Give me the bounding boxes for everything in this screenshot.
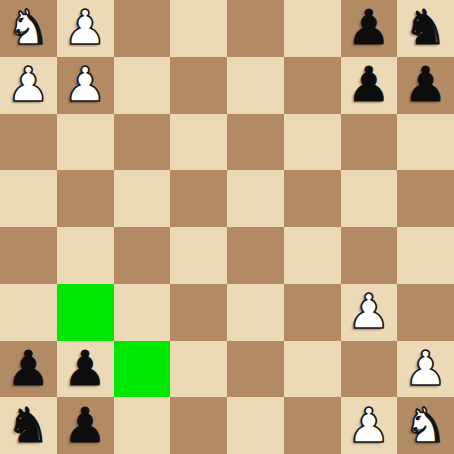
square-c5[interactable] (114, 170, 171, 227)
square-b4[interactable] (57, 227, 114, 284)
square-c6[interactable] (114, 114, 171, 171)
black-pawn-a2[interactable]: ♟ (7, 344, 50, 392)
square-a4[interactable] (0, 227, 57, 284)
square-e1[interactable] (227, 397, 284, 454)
square-c3[interactable] (114, 284, 171, 341)
square-a5[interactable] (0, 170, 57, 227)
square-g1[interactable]: ♟ (341, 397, 398, 454)
square-e7[interactable] (227, 57, 284, 114)
square-g7[interactable]: ♟ (341, 57, 398, 114)
square-h3[interactable] (397, 284, 454, 341)
square-f6[interactable] (284, 114, 341, 171)
square-h8[interactable]: ♞ (397, 0, 454, 57)
square-d8[interactable] (170, 0, 227, 57)
white-knight-h1[interactable]: ♞ (404, 401, 447, 449)
square-f4[interactable] (284, 227, 341, 284)
square-e6[interactable] (227, 114, 284, 171)
square-f7[interactable] (284, 57, 341, 114)
square-d5[interactable] (170, 170, 227, 227)
white-pawn-b7[interactable]: ♟ (64, 60, 107, 108)
square-b7[interactable]: ♟ (57, 57, 114, 114)
square-c7[interactable] (114, 57, 171, 114)
white-pawn-g1[interactable]: ♟ (347, 401, 390, 449)
square-c8[interactable] (114, 0, 171, 57)
chess-board-container: ♞♟♟♞♟♟♟♟♟♟♟♟♞♟♟♞ (0, 0, 454, 454)
square-h2[interactable]: ♟ (397, 341, 454, 398)
square-d6[interactable] (170, 114, 227, 171)
white-pawn-g3[interactable]: ♟ (347, 287, 390, 335)
square-g5[interactable] (341, 170, 398, 227)
square-f1[interactable] (284, 397, 341, 454)
square-d3[interactable] (170, 284, 227, 341)
square-d7[interactable] (170, 57, 227, 114)
black-knight-h8[interactable]: ♞ (404, 3, 447, 51)
white-pawn-b8[interactable]: ♟ (64, 3, 107, 51)
square-e8[interactable] (227, 0, 284, 57)
square-g3[interactable]: ♟ (341, 284, 398, 341)
square-g8[interactable]: ♟ (341, 0, 398, 57)
square-h4[interactable] (397, 227, 454, 284)
white-knight-a8[interactable]: ♞ (7, 3, 50, 51)
square-c4[interactable] (114, 227, 171, 284)
square-h1[interactable]: ♞ (397, 397, 454, 454)
square-b8[interactable]: ♟ (57, 0, 114, 57)
square-e5[interactable] (227, 170, 284, 227)
white-pawn-h2[interactable]: ♟ (404, 344, 447, 392)
square-c1[interactable] (114, 397, 171, 454)
square-g6[interactable] (341, 114, 398, 171)
square-b5[interactable] (57, 170, 114, 227)
square-a2[interactable]: ♟ (0, 341, 57, 398)
square-d2[interactable] (170, 341, 227, 398)
black-pawn-g8[interactable]: ♟ (347, 3, 390, 51)
white-pawn-a7[interactable]: ♟ (7, 60, 50, 108)
square-a3[interactable] (0, 284, 57, 341)
square-f8[interactable] (284, 0, 341, 57)
black-pawn-g7[interactable]: ♟ (347, 60, 390, 108)
square-d1[interactable] (170, 397, 227, 454)
square-e2[interactable] (227, 341, 284, 398)
black-pawn-b2[interactable]: ♟ (64, 344, 107, 392)
chess-board: ♞♟♟♞♟♟♟♟♟♟♟♟♞♟♟♞ (0, 0, 454, 454)
square-d4[interactable] (170, 227, 227, 284)
square-a1[interactable]: ♞ (0, 397, 57, 454)
square-g2[interactable] (341, 341, 398, 398)
square-f5[interactable] (284, 170, 341, 227)
square-f2[interactable] (284, 341, 341, 398)
black-knight-a1[interactable]: ♞ (7, 401, 50, 449)
square-b2[interactable]: ♟ (57, 341, 114, 398)
square-b1[interactable]: ♟ (57, 397, 114, 454)
square-h6[interactable] (397, 114, 454, 171)
square-a7[interactable]: ♟ (0, 57, 57, 114)
square-h7[interactable]: ♟ (397, 57, 454, 114)
square-e3[interactable] (227, 284, 284, 341)
square-a8[interactable]: ♞ (0, 0, 57, 57)
square-f3[interactable] (284, 284, 341, 341)
square-h5[interactable] (397, 170, 454, 227)
black-pawn-b1[interactable]: ♟ (64, 401, 107, 449)
highlighted-square-c2[interactable] (114, 341, 171, 398)
square-e4[interactable] (227, 227, 284, 284)
square-a6[interactable] (0, 114, 57, 171)
square-g4[interactable] (341, 227, 398, 284)
highlighted-square-b3[interactable] (57, 284, 114, 341)
black-pawn-h7[interactable]: ♟ (404, 60, 447, 108)
square-b6[interactable] (57, 114, 114, 171)
